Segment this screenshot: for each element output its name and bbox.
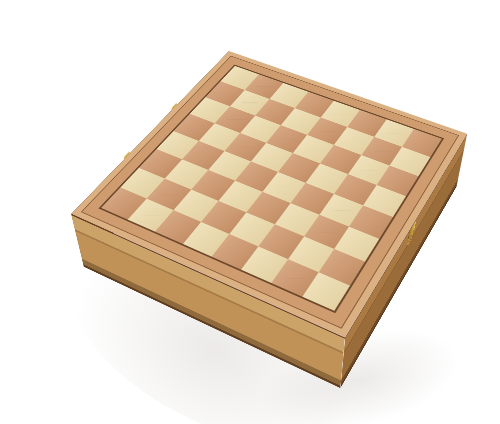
piece-glyph: ♛ bbox=[363, 128, 407, 207]
piece-glyph: ♜ bbox=[309, 235, 343, 296]
piece-glyph: ♜ bbox=[108, 152, 139, 208]
scene: ♟♟♞♟♝♟♟♚♟♟♟♜♛♟♟♚♟♞♟♛♜♟♟♞♟♟♜ bbox=[0, 0, 500, 424]
piece-glyph: ♟ bbox=[313, 184, 342, 235]
piece-glyph: ♟ bbox=[280, 228, 310, 282]
piece-glyph: ♞ bbox=[161, 170, 195, 232]
piece-glyph: ♞ bbox=[268, 133, 301, 192]
